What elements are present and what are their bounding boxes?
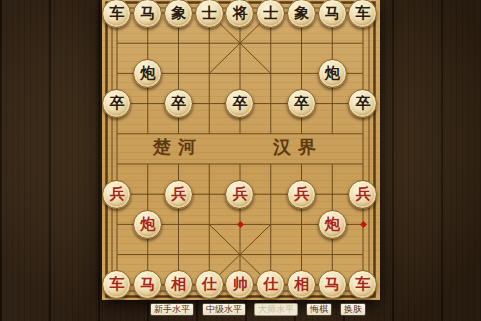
intermediate-level-button[interactable]: 中级水平 [202,303,246,316]
piece-red-soldier[interactable]: 兵 [225,180,254,209]
piece-red-elephant[interactable]: 相 [287,270,316,299]
piece-red-advisor[interactable]: 仕 [256,270,285,299]
xiangqi-board[interactable]: 楚河 汉界 车马象士将士象马车炮炮卒卒卒卒卒兵兵兵兵兵炮炮车马相仕帅仕相马车 [102,0,380,300]
piece-black-soldier[interactable]: 卒 [287,89,316,118]
piece-black-soldier[interactable]: 卒 [348,89,377,118]
pieces-grid: 车马象士将士象马车炮炮卒卒卒卒卒兵兵兵兵兵炮炮车马相仕帅仕相马车 [102,0,379,300]
piece-red-cannon[interactable]: 炮 [318,210,347,239]
piece-red-soldier[interactable]: 兵 [287,180,316,209]
piece-red-horse[interactable]: 马 [318,270,347,299]
xiangqi-game-screen: { "game": "xiangqi", "position": "rnbaka… [0,0,481,321]
piece-black-cannon[interactable]: 炮 [318,59,347,88]
piece-black-soldier[interactable]: 卒 [102,89,131,118]
piece-red-chariot[interactable]: 车 [102,270,131,299]
piece-red-soldier[interactable]: 兵 [348,180,377,209]
piece-black-horse[interactable]: 马 [318,0,347,28]
piece-black-general[interactable]: 将 [225,0,254,28]
piece-red-cannon[interactable]: 炮 [133,210,162,239]
piece-black-elephant[interactable]: 象 [164,0,193,28]
piece-black-horse[interactable]: 马 [133,0,162,28]
piece-red-chariot[interactable]: 车 [348,270,377,299]
toolbar: 新手水平中级水平大师水平悔棋换肤 [0,303,481,316]
piece-black-advisor[interactable]: 士 [195,0,224,28]
piece-red-soldier[interactable]: 兵 [102,180,131,209]
piece-black-soldier[interactable]: 卒 [225,89,254,118]
piece-red-advisor[interactable]: 仕 [195,270,224,299]
piece-black-advisor[interactable]: 士 [256,0,285,28]
piece-red-soldier[interactable]: 兵 [164,180,193,209]
piece-black-elephant[interactable]: 象 [287,0,316,28]
piece-red-general[interactable]: 帅 [225,270,254,299]
change-skin-button[interactable]: 换肤 [340,303,366,316]
piece-red-horse[interactable]: 马 [133,270,162,299]
piece-red-elephant[interactable]: 相 [164,270,193,299]
piece-black-cannon[interactable]: 炮 [133,59,162,88]
undo-move-button[interactable]: 悔棋 [306,303,332,316]
beginner-level-button[interactable]: 新手水平 [150,303,194,316]
piece-black-soldier[interactable]: 卒 [164,89,193,118]
piece-black-chariot[interactable]: 车 [102,0,131,28]
master-level-button: 大师水平 [254,303,298,316]
piece-black-chariot[interactable]: 车 [348,0,377,28]
